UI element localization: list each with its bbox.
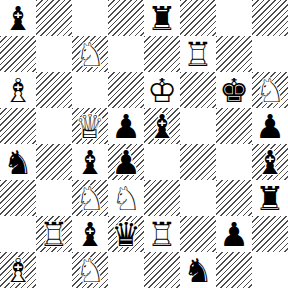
square-c7[interactable]: ♞♘	[72, 36, 108, 72]
square-f3[interactable]	[180, 180, 216, 216]
piece-black-pawn: ♟	[252, 108, 288, 144]
piece-backing: ♝	[0, 72, 36, 108]
piece-white-rook: ♖	[36, 216, 72, 252]
square-a6[interactable]: ♝♗	[0, 72, 36, 108]
square-a4[interactable]: ♞♞	[0, 144, 36, 180]
piece-backing: ♝	[0, 252, 36, 288]
chess-diagram: ♝♝♜♜♞♘♜♖♝♗♚♔♚♚♞♘♛♕♟♟♝♝♟♟♞♞♝♝♟♟♝♝♞♘♞♘♜♜♜♖…	[0, 0, 288, 288]
square-a1[interactable]: ♝♗	[0, 252, 36, 288]
square-d1[interactable]	[108, 252, 144, 288]
square-g7[interactable]	[216, 36, 252, 72]
square-e5[interactable]: ♝♝	[144, 108, 180, 144]
square-d3[interactable]: ♞♘	[108, 180, 144, 216]
piece-black-bishop: ♝	[252, 144, 288, 180]
piece-white-king: ♔	[144, 72, 180, 108]
square-a3[interactable]	[0, 180, 36, 216]
piece-black-bishop: ♝	[0, 0, 36, 36]
square-e1[interactable]	[144, 252, 180, 288]
square-b8[interactable]	[36, 0, 72, 36]
piece-backing: ♝	[0, 0, 36, 36]
square-b1[interactable]	[36, 252, 72, 288]
square-c4[interactable]: ♝♝	[72, 144, 108, 180]
piece-backing: ♞	[72, 252, 108, 288]
square-h1[interactable]	[252, 252, 288, 288]
piece-backing: ♜	[252, 180, 288, 216]
square-e2[interactable]: ♜♖	[144, 216, 180, 252]
square-a2[interactable]	[0, 216, 36, 252]
square-c3[interactable]: ♞♘	[72, 180, 108, 216]
piece-black-bishop: ♝	[72, 216, 108, 252]
piece-white-knight: ♘	[72, 252, 108, 288]
square-c2[interactable]: ♝♝	[72, 216, 108, 252]
piece-backing: ♜	[144, 0, 180, 36]
piece-black-king: ♚	[216, 72, 252, 108]
square-b6[interactable]	[36, 72, 72, 108]
square-e4[interactable]	[144, 144, 180, 180]
piece-white-rook: ♖	[180, 36, 216, 72]
piece-black-knight: ♞	[180, 252, 216, 288]
piece-backing: ♞	[252, 72, 288, 108]
square-h5[interactable]: ♟♟	[252, 108, 288, 144]
square-g8[interactable]	[216, 0, 252, 36]
piece-backing: ♛	[108, 216, 144, 252]
piece-black-pawn: ♟	[108, 108, 144, 144]
square-g3[interactable]	[216, 180, 252, 216]
square-f7[interactable]: ♜♖	[180, 36, 216, 72]
square-c6[interactable]	[72, 72, 108, 108]
square-f4[interactable]	[180, 144, 216, 180]
piece-backing: ♝	[252, 144, 288, 180]
square-e7[interactable]	[144, 36, 180, 72]
square-b4[interactable]	[36, 144, 72, 180]
square-f1[interactable]: ♞♞	[180, 252, 216, 288]
square-b3[interactable]	[36, 180, 72, 216]
piece-white-rook: ♖	[144, 216, 180, 252]
piece-backing: ♝	[72, 144, 108, 180]
square-f8[interactable]	[180, 0, 216, 36]
piece-backing: ♞	[0, 144, 36, 180]
square-e6[interactable]: ♚♔	[144, 72, 180, 108]
square-h8[interactable]	[252, 0, 288, 36]
piece-black-queen: ♛	[108, 216, 144, 252]
piece-backing: ♞	[108, 180, 144, 216]
piece-white-knight: ♘	[72, 36, 108, 72]
square-h7[interactable]	[252, 36, 288, 72]
piece-backing: ♞	[180, 252, 216, 288]
piece-white-bishop: ♗	[0, 252, 36, 288]
piece-backing: ♞	[72, 36, 108, 72]
square-d2[interactable]: ♛♛	[108, 216, 144, 252]
piece-black-knight: ♞	[0, 144, 36, 180]
square-d8[interactable]	[108, 0, 144, 36]
piece-backing: ♟	[252, 108, 288, 144]
square-h6[interactable]: ♞♘	[252, 72, 288, 108]
square-a5[interactable]	[0, 108, 36, 144]
piece-white-knight: ♘	[252, 72, 288, 108]
piece-backing: ♛	[72, 108, 108, 144]
piece-backing: ♜	[144, 216, 180, 252]
piece-white-knight: ♘	[108, 180, 144, 216]
piece-black-rook: ♜	[144, 0, 180, 36]
piece-black-bishop: ♝	[144, 108, 180, 144]
square-h4[interactable]: ♝♝	[252, 144, 288, 180]
piece-white-bishop: ♗	[0, 72, 36, 108]
piece-black-bishop: ♝	[72, 144, 108, 180]
piece-black-pawn: ♟	[108, 144, 144, 180]
square-b7[interactable]	[36, 36, 72, 72]
square-b2[interactable]: ♜♖	[36, 216, 72, 252]
square-g2[interactable]: ♟♟	[216, 216, 252, 252]
square-e3[interactable]	[144, 180, 180, 216]
square-a7[interactable]	[0, 36, 36, 72]
square-d5[interactable]: ♟♟	[108, 108, 144, 144]
square-g1[interactable]	[216, 252, 252, 288]
square-g5[interactable]	[216, 108, 252, 144]
square-d6[interactable]	[108, 72, 144, 108]
square-c8[interactable]	[72, 0, 108, 36]
piece-backing: ♚	[144, 72, 180, 108]
piece-backing: ♜	[180, 36, 216, 72]
square-d7[interactable]	[108, 36, 144, 72]
piece-black-pawn: ♟	[216, 216, 252, 252]
square-b5[interactable]	[36, 108, 72, 144]
piece-backing: ♟	[108, 144, 144, 180]
square-a8[interactable]: ♝♝	[0, 0, 36, 36]
square-d4[interactable]: ♟♟	[108, 144, 144, 180]
piece-backing: ♝	[144, 108, 180, 144]
square-f6[interactable]	[180, 72, 216, 108]
piece-backing: ♝	[72, 216, 108, 252]
chess-board: ♝♝♜♜♞♘♜♖♝♗♚♔♚♚♞♘♛♕♟♟♝♝♟♟♞♞♝♝♟♟♝♝♞♘♞♘♜♜♜♖…	[0, 0, 288, 288]
piece-white-queen: ♕	[72, 108, 108, 144]
square-c1[interactable]: ♞♘	[72, 252, 108, 288]
piece-backing: ♞	[72, 180, 108, 216]
square-f5[interactable]	[180, 108, 216, 144]
piece-backing: ♜	[36, 216, 72, 252]
piece-black-rook: ♜	[252, 180, 288, 216]
piece-backing: ♚	[216, 72, 252, 108]
square-g4[interactable]	[216, 144, 252, 180]
square-h3[interactable]: ♜♜	[252, 180, 288, 216]
piece-backing: ♟	[216, 216, 252, 252]
square-h2[interactable]	[252, 216, 288, 252]
square-e8[interactable]: ♜♜	[144, 0, 180, 36]
piece-white-knight: ♘	[72, 180, 108, 216]
piece-backing: ♟	[108, 108, 144, 144]
square-g6[interactable]: ♚♚	[216, 72, 252, 108]
square-c5[interactable]: ♛♕	[72, 108, 108, 144]
square-f2[interactable]	[180, 216, 216, 252]
